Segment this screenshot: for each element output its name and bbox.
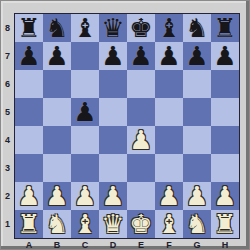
rank-label-2: 2 — [1, 182, 14, 210]
square-f2[interactable]: ♟ — [155, 182, 183, 210]
black-pawn[interactable]: ♟ — [17, 42, 40, 70]
square-e3[interactable] — [127, 154, 155, 182]
chess-board[interactable]: ♜♞♝♛♚♝♞♜♟♟♟♟♟♟♟♟♟♟♟♟♟♟♟♟♜♞♝♛♚♝♞♜ — [14, 13, 240, 239]
rank-labels: 87654321 — [1, 14, 14, 238]
square-a3[interactable] — [15, 154, 43, 182]
square-g3[interactable] — [183, 154, 211, 182]
square-e7[interactable]: ♟ — [127, 42, 155, 70]
square-g6[interactable] — [183, 70, 211, 98]
white-knight[interactable]: ♞ — [185, 210, 208, 238]
square-b5[interactable] — [43, 98, 71, 126]
black-rook[interactable]: ♜ — [213, 14, 236, 42]
black-pawn[interactable]: ♟ — [157, 42, 180, 70]
square-h2[interactable]: ♟ — [211, 182, 239, 210]
square-d8[interactable]: ♛ — [99, 14, 127, 42]
rank-label-7: 7 — [1, 42, 14, 70]
square-b8[interactable]: ♞ — [43, 14, 71, 42]
square-d4[interactable] — [99, 126, 127, 154]
square-e8[interactable]: ♚ — [127, 14, 155, 42]
black-king[interactable]: ♚ — [129, 14, 152, 42]
square-e4[interactable]: ♟ — [127, 126, 155, 154]
square-g4[interactable] — [183, 126, 211, 154]
square-a1[interactable]: ♜ — [15, 210, 43, 238]
square-c8[interactable]: ♝ — [71, 14, 99, 42]
square-h5[interactable] — [211, 98, 239, 126]
square-b3[interactable] — [43, 154, 71, 182]
black-pawn[interactable]: ♟ — [129, 42, 152, 70]
white-king[interactable]: ♚ — [129, 210, 152, 238]
square-e1[interactable]: ♚ — [127, 210, 155, 238]
rank-label-1: 1 — [1, 210, 14, 238]
square-c2[interactable]: ♟ — [71, 182, 99, 210]
square-c4[interactable] — [71, 126, 99, 154]
square-f5[interactable] — [155, 98, 183, 126]
square-c6[interactable] — [71, 70, 99, 98]
square-h1[interactable]: ♜ — [211, 210, 239, 238]
square-b1[interactable]: ♞ — [43, 210, 71, 238]
rank-label-3: 3 — [1, 154, 14, 182]
black-rook[interactable]: ♜ — [17, 14, 40, 42]
square-a7[interactable]: ♟ — [15, 42, 43, 70]
square-d7[interactable]: ♟ — [99, 42, 127, 70]
square-d6[interactable] — [99, 70, 127, 98]
file-label-b: B — [43, 239, 71, 250]
black-pawn[interactable]: ♟ — [185, 42, 208, 70]
black-knight[interactable]: ♞ — [185, 14, 208, 42]
black-bishop[interactable]: ♝ — [73, 14, 96, 42]
rank-label-6: 6 — [1, 70, 14, 98]
white-pawn[interactable]: ♟ — [73, 182, 96, 210]
white-pawn[interactable]: ♟ — [101, 182, 124, 210]
square-h7[interactable]: ♟ — [211, 42, 239, 70]
square-b7[interactable]: ♟ — [43, 42, 71, 70]
white-rook[interactable]: ♜ — [213, 210, 236, 238]
black-pawn[interactable]: ♟ — [45, 42, 68, 70]
black-queen[interactable]: ♛ — [101, 14, 124, 42]
square-h6[interactable] — [211, 70, 239, 98]
white-pawn[interactable]: ♟ — [157, 182, 180, 210]
square-a8[interactable]: ♜ — [15, 14, 43, 42]
square-c1[interactable]: ♝ — [71, 210, 99, 238]
square-f7[interactable]: ♟ — [155, 42, 183, 70]
black-pawn[interactable]: ♟ — [101, 42, 124, 70]
black-knight[interactable]: ♞ — [45, 14, 68, 42]
square-g7[interactable]: ♟ — [183, 42, 211, 70]
white-pawn[interactable]: ♟ — [213, 182, 236, 210]
file-label-f: F — [155, 239, 183, 250]
square-d3[interactable] — [99, 154, 127, 182]
white-queen[interactable]: ♛ — [101, 210, 124, 238]
white-knight[interactable]: ♞ — [45, 210, 68, 238]
rank-label-4: 4 — [1, 126, 14, 154]
file-labels: ABCDEFGH — [15, 239, 239, 250]
black-pawn[interactable]: ♟ — [73, 98, 96, 126]
square-b4[interactable] — [43, 126, 71, 154]
white-pawn[interactable]: ♟ — [185, 182, 208, 210]
square-f6[interactable] — [155, 70, 183, 98]
file-label-g: G — [183, 239, 211, 250]
square-g5[interactable] — [183, 98, 211, 126]
square-a5[interactable] — [15, 98, 43, 126]
file-label-e: E — [127, 239, 155, 250]
white-bishop[interactable]: ♝ — [157, 210, 180, 238]
square-f8[interactable]: ♝ — [155, 14, 183, 42]
white-bishop[interactable]: ♝ — [73, 210, 96, 238]
white-pawn[interactable]: ♟ — [45, 182, 68, 210]
file-label-c: C — [71, 239, 99, 250]
file-label-a: A — [15, 239, 43, 250]
square-e6[interactable] — [127, 70, 155, 98]
chess-app-window: 87654321 ♜♞♝♛♚♝♞♜♟♟♟♟♟♟♟♟♟♟♟♟♟♟♟♟♜♞♝♛♚♝♞… — [0, 0, 250, 250]
square-h8[interactable]: ♜ — [211, 14, 239, 42]
rank-label-8: 8 — [1, 14, 14, 42]
square-e5[interactable] — [127, 98, 155, 126]
square-a6[interactable] — [15, 70, 43, 98]
square-a2[interactable]: ♟ — [15, 182, 43, 210]
square-h4[interactable] — [211, 126, 239, 154]
rank-label-5: 5 — [1, 98, 14, 126]
square-f3[interactable] — [155, 154, 183, 182]
square-d1[interactable]: ♛ — [99, 210, 127, 238]
square-d5[interactable] — [99, 98, 127, 126]
square-g1[interactable]: ♞ — [183, 210, 211, 238]
white-pawn[interactable]: ♟ — [17, 182, 40, 210]
square-c7[interactable] — [71, 42, 99, 70]
black-pawn[interactable]: ♟ — [213, 42, 236, 70]
square-c5[interactable]: ♟ — [71, 98, 99, 126]
file-label-d: D — [99, 239, 127, 250]
black-bishop[interactable]: ♝ — [157, 14, 180, 42]
square-f1[interactable]: ♝ — [155, 210, 183, 238]
square-d2[interactable]: ♟ — [99, 182, 127, 210]
file-label-h: H — [211, 239, 239, 250]
square-c3[interactable] — [71, 154, 99, 182]
white-pawn[interactable]: ♟ — [129, 126, 152, 154]
square-b2[interactable]: ♟ — [43, 182, 71, 210]
square-g8[interactable]: ♞ — [183, 14, 211, 42]
square-f4[interactable] — [155, 126, 183, 154]
square-a4[interactable] — [15, 126, 43, 154]
white-rook[interactable]: ♜ — [17, 210, 40, 238]
square-b6[interactable] — [43, 70, 71, 98]
square-e2[interactable] — [127, 182, 155, 210]
square-h3[interactable] — [211, 154, 239, 182]
square-g2[interactable]: ♟ — [183, 182, 211, 210]
